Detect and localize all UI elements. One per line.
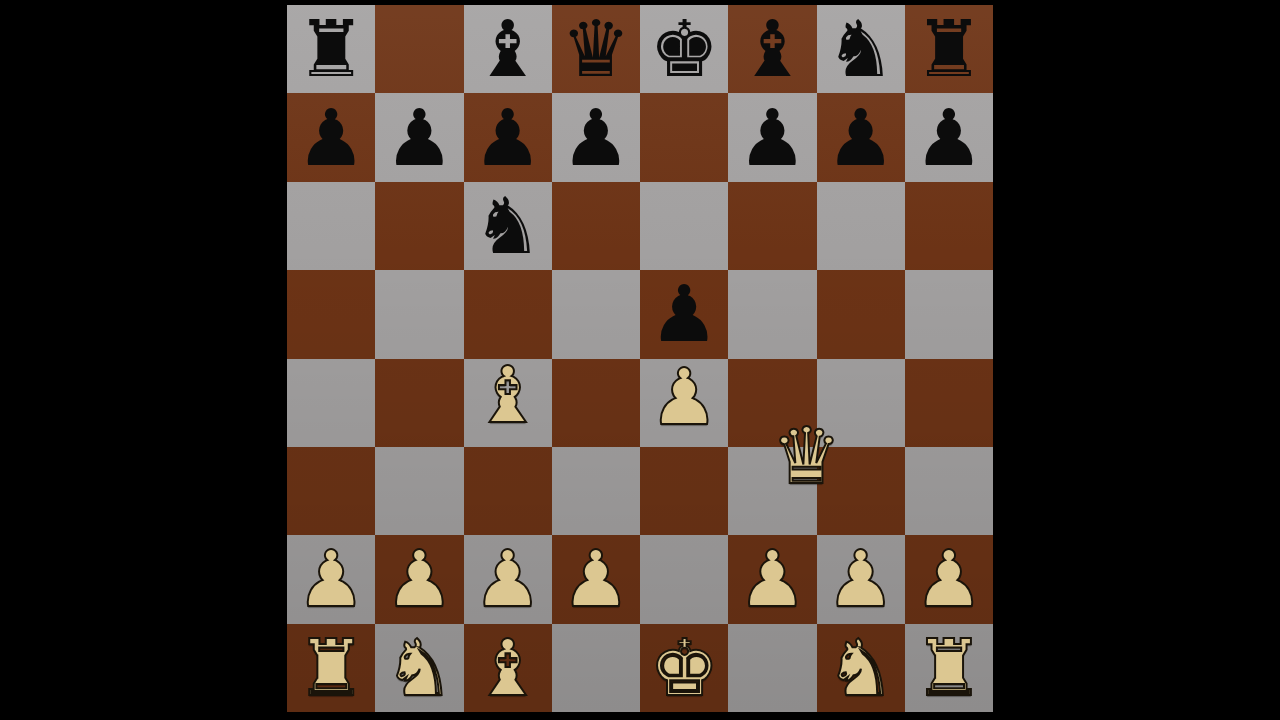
white-rook-h1[interactable]: ♜: [914, 629, 984, 707]
square-e3[interactable]: [640, 447, 728, 535]
white-pawn-a2[interactable]: ♟: [296, 540, 366, 618]
black-bishop-f8[interactable]: ♝: [737, 10, 807, 88]
black-queen-d8[interactable]: ♛: [561, 10, 631, 88]
square-f8[interactable]: ♝: [728, 5, 816, 93]
square-f3[interactable]: ♛: [728, 447, 816, 535]
square-d4[interactable]: [552, 359, 640, 447]
square-b1[interactable]: ♞: [375, 624, 463, 712]
square-a1[interactable]: ♜: [287, 624, 375, 712]
square-g5[interactable]: [817, 270, 905, 358]
square-h3[interactable]: [905, 447, 993, 535]
square-g2[interactable]: ♟: [817, 535, 905, 623]
square-h2[interactable]: ♟: [905, 535, 993, 623]
black-knight-g8[interactable]: ♞: [826, 10, 896, 88]
chess-board: ♜♝♛♚♝♞♜♟♟♟♟♟♟♟♞♟♝♟♛♟♟♟♟♟♟♟♜♞♝♚♞♜: [287, 5, 993, 712]
square-a7[interactable]: ♟: [287, 93, 375, 181]
white-rook-a1[interactable]: ♜: [296, 629, 366, 707]
square-e6[interactable]: [640, 182, 728, 270]
black-rook-h8[interactable]: ♜: [914, 10, 984, 88]
white-knight-b1[interactable]: ♞: [384, 629, 454, 707]
square-c3[interactable]: [464, 447, 552, 535]
white-pawn-c2[interactable]: ♟: [473, 540, 543, 618]
square-a8[interactable]: ♜: [287, 5, 375, 93]
square-g7[interactable]: ♟: [817, 93, 905, 181]
square-f7[interactable]: ♟: [728, 93, 816, 181]
video-frame-background: ♜♝♛♚♝♞♜♟♟♟♟♟♟♟♞♟♝♟♛♟♟♟♟♟♟♟♜♞♝♚♞♜: [0, 0, 1280, 720]
black-pawn-g7[interactable]: ♟: [826, 99, 896, 177]
white-pawn-d2[interactable]: ♟: [561, 540, 631, 618]
square-d7[interactable]: ♟: [552, 93, 640, 181]
square-f6[interactable]: [728, 182, 816, 270]
square-h1[interactable]: ♜: [905, 624, 993, 712]
square-d3[interactable]: [552, 447, 640, 535]
black-king-e8[interactable]: ♚: [649, 10, 719, 88]
square-g6[interactable]: [817, 182, 905, 270]
square-c2[interactable]: ♟: [464, 535, 552, 623]
square-d6[interactable]: [552, 182, 640, 270]
square-d5[interactable]: [552, 270, 640, 358]
square-a3[interactable]: [287, 447, 375, 535]
square-d8[interactable]: ♛: [552, 5, 640, 93]
black-pawn-h7[interactable]: ♟: [914, 99, 984, 177]
square-c4[interactable]: ♝: [464, 359, 552, 447]
square-h4[interactable]: [905, 359, 993, 447]
square-b2[interactable]: ♟: [375, 535, 463, 623]
square-e4[interactable]: ♟: [640, 359, 728, 447]
square-c5[interactable]: [464, 270, 552, 358]
white-king-e1[interactable]: ♚: [649, 629, 719, 707]
black-rook-a8[interactable]: ♜: [296, 10, 366, 88]
square-f5[interactable]: [728, 270, 816, 358]
white-queen-f3[interactable]: ♛: [771, 417, 841, 495]
white-pawn-f2[interactable]: ♟: [737, 540, 807, 618]
square-b7[interactable]: ♟: [375, 93, 463, 181]
white-pawn-h2[interactable]: ♟: [914, 540, 984, 618]
square-a5[interactable]: [287, 270, 375, 358]
square-c6[interactable]: ♞: [464, 182, 552, 270]
square-a2[interactable]: ♟: [287, 535, 375, 623]
black-pawn-b7[interactable]: ♟: [384, 99, 454, 177]
white-bishop-c1[interactable]: ♝: [473, 629, 543, 707]
white-pawn-b2[interactable]: ♟: [384, 540, 454, 618]
square-h5[interactable]: [905, 270, 993, 358]
square-d2[interactable]: ♟: [552, 535, 640, 623]
square-f2[interactable]: ♟: [728, 535, 816, 623]
black-pawn-d7[interactable]: ♟: [561, 99, 631, 177]
square-a4[interactable]: [287, 359, 375, 447]
black-pawn-c7[interactable]: ♟: [473, 99, 543, 177]
square-b8[interactable]: [375, 5, 463, 93]
white-pawn-g2[interactable]: ♟: [826, 540, 896, 618]
square-b4[interactable]: [375, 359, 463, 447]
square-e7[interactable]: [640, 93, 728, 181]
square-c8[interactable]: ♝: [464, 5, 552, 93]
square-b5[interactable]: [375, 270, 463, 358]
square-c1[interactable]: ♝: [464, 624, 552, 712]
square-b3[interactable]: [375, 447, 463, 535]
white-bishop-c4[interactable]: ♝: [473, 356, 543, 434]
square-e1[interactable]: ♚: [640, 624, 728, 712]
square-f1[interactable]: [728, 624, 816, 712]
black-pawn-f7[interactable]: ♟: [737, 99, 807, 177]
black-pawn-e5[interactable]: ♟: [649, 275, 719, 353]
white-knight-g1[interactable]: ♞: [826, 629, 896, 707]
square-h7[interactable]: ♟: [905, 93, 993, 181]
black-knight-c6[interactable]: ♞: [473, 187, 543, 265]
square-a6[interactable]: [287, 182, 375, 270]
black-pawn-a7[interactable]: ♟: [296, 99, 366, 177]
square-e2[interactable]: [640, 535, 728, 623]
square-g8[interactable]: ♞: [817, 5, 905, 93]
square-d1[interactable]: [552, 624, 640, 712]
square-e5[interactable]: ♟: [640, 270, 728, 358]
square-e8[interactable]: ♚: [640, 5, 728, 93]
square-c7[interactable]: ♟: [464, 93, 552, 181]
square-g1[interactable]: ♞: [817, 624, 905, 712]
square-h8[interactable]: ♜: [905, 5, 993, 93]
white-pawn-e4[interactable]: ♟: [649, 358, 719, 436]
square-b6[interactable]: [375, 182, 463, 270]
black-bishop-c8[interactable]: ♝: [473, 10, 543, 88]
square-h6[interactable]: [905, 182, 993, 270]
